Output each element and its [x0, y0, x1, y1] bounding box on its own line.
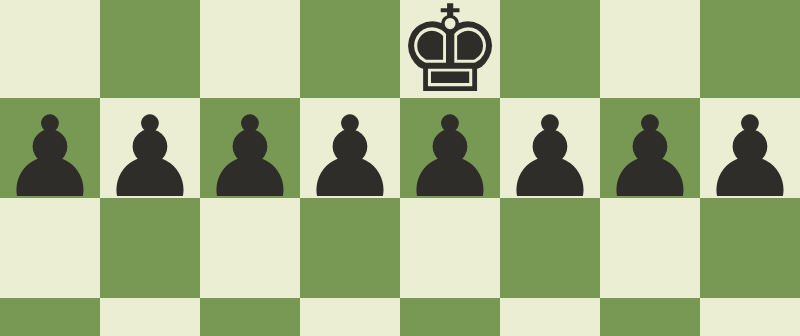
square-a8[interactable]: [0, 0, 100, 98]
square-b8[interactable]: [100, 0, 200, 98]
square-c6[interactable]: [200, 198, 300, 298]
square-e7[interactable]: ♟: [400, 98, 500, 198]
black-pawn[interactable]: ♟: [400, 101, 500, 213]
square-g6[interactable]: [600, 198, 700, 298]
square-c8[interactable]: [200, 0, 300, 98]
square-e8[interactable]: ♚: [400, 0, 500, 98]
square-h5[interactable]: [700, 298, 800, 336]
black-pawn[interactable]: ♟: [200, 101, 300, 213]
black-pawn[interactable]: ♟: [700, 101, 800, 213]
square-e5[interactable]: [400, 298, 500, 336]
square-g5[interactable]: [600, 298, 700, 336]
chess-board: ♚♟♟♟♟♟♟♟♟: [0, 0, 800, 336]
square-e6[interactable]: [400, 198, 500, 298]
square-a5[interactable]: [0, 298, 100, 336]
square-b7[interactable]: ♟: [100, 98, 200, 198]
black-pawn[interactable]: ♟: [500, 101, 600, 213]
black-pawn[interactable]: ♟: [600, 101, 700, 213]
square-h6[interactable]: [700, 198, 800, 298]
square-a6[interactable]: [0, 198, 100, 298]
black-pawn[interactable]: ♟: [100, 101, 200, 213]
square-d8[interactable]: [300, 0, 400, 98]
square-h8[interactable]: [700, 0, 800, 98]
black-pawn[interactable]: ♟: [0, 101, 100, 213]
chessboard-viewport: ♚♟♟♟♟♟♟♟♟: [0, 0, 800, 336]
square-g8[interactable]: [600, 0, 700, 98]
square-c7[interactable]: ♟: [200, 98, 300, 198]
square-f6[interactable]: [500, 198, 600, 298]
square-h7[interactable]: ♟: [700, 98, 800, 198]
square-f8[interactable]: [500, 0, 600, 98]
square-a7[interactable]: ♟: [0, 98, 100, 198]
square-d7[interactable]: ♟: [300, 98, 400, 198]
square-c5[interactable]: [200, 298, 300, 336]
black-pawn[interactable]: ♟: [300, 101, 400, 213]
square-f5[interactable]: [500, 298, 600, 336]
square-f7[interactable]: ♟: [500, 98, 600, 198]
square-g7[interactable]: ♟: [600, 98, 700, 198]
square-d6[interactable]: [300, 198, 400, 298]
square-b6[interactable]: [100, 198, 200, 298]
square-d5[interactable]: [300, 298, 400, 336]
square-b5[interactable]: [100, 298, 200, 336]
